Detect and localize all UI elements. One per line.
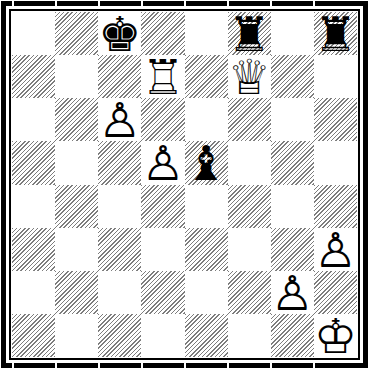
- white-pawn-icon[interactable]: ♙: [98, 99, 141, 142]
- square-g2[interactable]: ♙: [271, 271, 314, 314]
- square-b5[interactable]: [55, 141, 98, 184]
- square-d1[interactable]: [141, 314, 184, 357]
- white-pawn-icon[interactable]: ♙: [141, 142, 184, 185]
- square-c4[interactable]: [98, 185, 141, 228]
- square-b3[interactable]: [55, 228, 98, 271]
- square-c8[interactable]: ♚: [98, 12, 141, 55]
- square-f1[interactable]: [228, 314, 271, 357]
- square-d5[interactable]: ♙: [141, 141, 184, 184]
- square-h8[interactable]: ♜: [314, 12, 357, 55]
- square-b2[interactable]: [55, 271, 98, 314]
- white-rook-icon[interactable]: ♖: [141, 56, 184, 99]
- square-g1[interactable]: [271, 314, 314, 357]
- square-h6[interactable]: [314, 98, 357, 141]
- square-e3[interactable]: [185, 228, 228, 271]
- square-a3[interactable]: [12, 228, 55, 271]
- board-outer-border-left: [1, 1, 6, 368]
- square-e7[interactable]: [185, 55, 228, 98]
- square-h7[interactable]: [314, 55, 357, 98]
- square-f7[interactable]: ♕: [228, 55, 271, 98]
- square-f4[interactable]: [228, 185, 271, 228]
- white-pawn-icon[interactable]: ♙: [314, 229, 357, 272]
- square-f2[interactable]: [228, 271, 271, 314]
- square-c6[interactable]: ♙: [98, 98, 141, 141]
- square-h3[interactable]: ♙: [314, 228, 357, 271]
- square-e5[interactable]: ♝: [185, 141, 228, 184]
- square-f3[interactable]: [228, 228, 271, 271]
- black-bishop-icon[interactable]: ♝: [185, 142, 228, 185]
- square-e2[interactable]: [185, 271, 228, 314]
- square-f6[interactable]: [228, 98, 271, 141]
- square-b4[interactable]: [55, 185, 98, 228]
- square-g8[interactable]: [271, 12, 314, 55]
- square-e4[interactable]: [185, 185, 228, 228]
- square-e8[interactable]: [185, 12, 228, 55]
- square-d4[interactable]: [141, 185, 184, 228]
- square-h5[interactable]: [314, 141, 357, 184]
- square-c1[interactable]: [98, 314, 141, 357]
- square-d2[interactable]: [141, 271, 184, 314]
- square-d7[interactable]: ♖: [141, 55, 184, 98]
- square-a4[interactable]: [12, 185, 55, 228]
- white-king-icon[interactable]: ♔: [314, 315, 357, 358]
- square-b8[interactable]: [55, 12, 98, 55]
- square-f5[interactable]: [228, 141, 271, 184]
- square-h1[interactable]: ♔: [314, 314, 357, 357]
- square-a7[interactable]: [12, 55, 55, 98]
- square-b1[interactable]: [55, 314, 98, 357]
- square-c5[interactable]: [98, 141, 141, 184]
- black-rook-icon[interactable]: ♜: [314, 13, 357, 56]
- square-b7[interactable]: [55, 55, 98, 98]
- square-e1[interactable]: [185, 314, 228, 357]
- square-b6[interactable]: [55, 98, 98, 141]
- square-a8[interactable]: [12, 12, 55, 55]
- square-c3[interactable]: [98, 228, 141, 271]
- square-g5[interactable]: [271, 141, 314, 184]
- square-c2[interactable]: [98, 271, 141, 314]
- chess-diagram: ♚♜♜♖♕♙♙♝♙♙♔: [0, 0, 369, 369]
- black-king-icon[interactable]: ♚: [98, 13, 141, 56]
- white-queen-icon[interactable]: ♕: [228, 56, 271, 99]
- white-pawn-icon[interactable]: ♙: [271, 272, 314, 315]
- chess-board: ♚♜♜♖♕♙♙♝♙♙♔: [12, 12, 357, 357]
- square-g6[interactable]: [271, 98, 314, 141]
- square-d3[interactable]: [141, 228, 184, 271]
- square-g7[interactable]: [271, 55, 314, 98]
- square-a5[interactable]: [12, 141, 55, 184]
- board-outer-border-right: [363, 1, 368, 368]
- square-a1[interactable]: [12, 314, 55, 357]
- square-a6[interactable]: [12, 98, 55, 141]
- square-a2[interactable]: [12, 271, 55, 314]
- square-g4[interactable]: [271, 185, 314, 228]
